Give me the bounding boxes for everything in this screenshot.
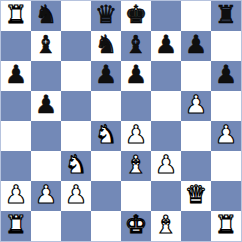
white-queen[interactable]: ♛ [185, 181, 207, 210]
chess-board: ♜♞♛♚♜♝♞♝♟♟♟♟♟♟♟♟♞♟♟♞♝♟♟♟♟♛♜♚♝♜ [1, 1, 241, 241]
white-pawn[interactable]: ♟ [5, 181, 27, 210]
square-a3[interactable] [1, 151, 31, 181]
white-pawn[interactable]: ♟ [125, 121, 147, 150]
square-f2[interactable] [151, 181, 181, 211]
square-b8[interactable]: ♞ [31, 1, 61, 31]
square-c5[interactable] [61, 91, 91, 121]
black-pawn[interactable]: ♟ [155, 31, 177, 60]
square-h6[interactable]: ♟ [211, 61, 241, 91]
square-e7[interactable]: ♝ [121, 31, 151, 61]
square-d7[interactable]: ♞ [91, 31, 121, 61]
square-b7[interactable]: ♝ [31, 31, 61, 61]
square-d3[interactable] [91, 151, 121, 181]
white-pawn[interactable]: ♟ [65, 181, 87, 210]
black-queen[interactable]: ♛ [95, 1, 117, 30]
white-bishop[interactable]: ♝ [155, 211, 177, 240]
black-pawn[interactable]: ♟ [185, 31, 207, 60]
white-pawn[interactable]: ♟ [185, 91, 207, 120]
black-pawn[interactable]: ♟ [35, 91, 57, 120]
square-c6[interactable] [61, 61, 91, 91]
square-c2[interactable]: ♟ [61, 181, 91, 211]
square-d1[interactable] [91, 211, 121, 241]
square-b5[interactable]: ♟ [31, 91, 61, 121]
square-f1[interactable]: ♝ [151, 211, 181, 241]
white-bishop[interactable]: ♝ [125, 151, 147, 180]
square-h8[interactable]: ♜ [211, 1, 241, 31]
square-e4[interactable]: ♟ [121, 121, 151, 151]
square-c4[interactable] [61, 121, 91, 151]
square-a2[interactable]: ♟ [1, 181, 31, 211]
white-king[interactable]: ♚ [125, 211, 147, 240]
square-a1[interactable]: ♜ [1, 211, 31, 241]
white-rook[interactable]: ♜ [215, 211, 237, 240]
square-h7[interactable] [211, 31, 241, 61]
square-b2[interactable]: ♟ [31, 181, 61, 211]
square-f4[interactable] [151, 121, 181, 151]
square-b4[interactable] [31, 121, 61, 151]
square-g4[interactable] [181, 121, 211, 151]
white-rook[interactable]: ♜ [5, 211, 27, 240]
square-d6[interactable]: ♟ [91, 61, 121, 91]
white-knight[interactable]: ♞ [95, 121, 117, 150]
black-pawn[interactable]: ♟ [125, 61, 147, 90]
square-h4[interactable]: ♟ [211, 121, 241, 151]
square-h2[interactable] [211, 181, 241, 211]
square-a5[interactable] [1, 91, 31, 121]
black-rook[interactable]: ♜ [215, 1, 237, 30]
chess-board-frame: ♜♞♛♚♜♝♞♝♟♟♟♟♟♟♟♟♞♟♟♞♝♟♟♟♟♛♜♚♝♜ [0, 0, 242, 242]
black-pawn[interactable]: ♟ [95, 61, 117, 90]
square-a7[interactable] [1, 31, 31, 61]
square-f7[interactable]: ♟ [151, 31, 181, 61]
white-pawn[interactable]: ♟ [215, 121, 237, 150]
square-g6[interactable] [181, 61, 211, 91]
square-g7[interactable]: ♟ [181, 31, 211, 61]
square-h5[interactable] [211, 91, 241, 121]
square-h1[interactable]: ♜ [211, 211, 241, 241]
square-c3[interactable]: ♞ [61, 151, 91, 181]
square-b3[interactable] [31, 151, 61, 181]
square-f8[interactable] [151, 1, 181, 31]
square-c8[interactable] [61, 1, 91, 31]
black-bishop[interactable]: ♝ [125, 31, 147, 60]
square-f5[interactable] [151, 91, 181, 121]
square-g3[interactable] [181, 151, 211, 181]
square-c7[interactable] [61, 31, 91, 61]
white-pawn[interactable]: ♟ [155, 151, 177, 180]
square-h3[interactable] [211, 151, 241, 181]
square-e5[interactable] [121, 91, 151, 121]
black-king[interactable]: ♚ [125, 1, 147, 30]
black-knight[interactable]: ♞ [35, 1, 57, 30]
square-e6[interactable]: ♟ [121, 61, 151, 91]
black-pawn[interactable]: ♟ [215, 61, 237, 90]
square-f3[interactable]: ♟ [151, 151, 181, 181]
square-d5[interactable] [91, 91, 121, 121]
square-b6[interactable] [31, 61, 61, 91]
square-d4[interactable]: ♞ [91, 121, 121, 151]
square-b1[interactable] [31, 211, 61, 241]
black-pawn[interactable]: ♟ [5, 61, 27, 90]
square-g8[interactable] [181, 1, 211, 31]
square-a4[interactable] [1, 121, 31, 151]
square-g2[interactable]: ♛ [181, 181, 211, 211]
square-d8[interactable]: ♛ [91, 1, 121, 31]
square-e3[interactable]: ♝ [121, 151, 151, 181]
square-c1[interactable] [61, 211, 91, 241]
square-e8[interactable]: ♚ [121, 1, 151, 31]
white-knight[interactable]: ♞ [65, 151, 87, 180]
square-g1[interactable] [181, 211, 211, 241]
black-knight[interactable]: ♞ [95, 31, 117, 60]
square-e2[interactable] [121, 181, 151, 211]
square-f6[interactable] [151, 61, 181, 91]
black-bishop[interactable]: ♝ [35, 31, 57, 60]
square-d2[interactable] [91, 181, 121, 211]
square-a8[interactable]: ♜ [1, 1, 31, 31]
white-rook[interactable]: ♜ [5, 1, 27, 30]
square-g5[interactable]: ♟ [181, 91, 211, 121]
square-e1[interactable]: ♚ [121, 211, 151, 241]
square-a6[interactable]: ♟ [1, 61, 31, 91]
white-pawn[interactable]: ♟ [35, 181, 57, 210]
